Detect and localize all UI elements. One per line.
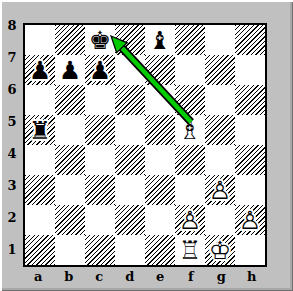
square-h3[interactable] xyxy=(235,175,265,205)
piece-glyph: ♜ xyxy=(25,115,55,145)
file-label-h: h xyxy=(237,268,268,286)
piece-glyph: ♖ xyxy=(175,235,205,265)
square-b7[interactable]: ♟♟ xyxy=(55,55,85,85)
piece-black-pawn: ♟♟ xyxy=(85,55,115,85)
square-a6[interactable] xyxy=(25,85,55,115)
file-label-c: c xyxy=(84,268,115,286)
square-g7[interactable] xyxy=(205,55,235,85)
piece-glyph: ♟ xyxy=(55,55,85,85)
square-c2[interactable] xyxy=(85,205,115,235)
square-d3[interactable] xyxy=(115,175,145,205)
square-e8[interactable]: ♝♝ xyxy=(145,25,175,55)
piece-glyph: ♟ xyxy=(85,55,115,85)
piece-black-pawn: ♟♟ xyxy=(25,55,55,85)
rank-label-6: 6 xyxy=(4,73,20,105)
piece-glyph: ♙ xyxy=(235,205,265,235)
square-f4[interactable] xyxy=(175,145,205,175)
piece-black-pawn: ♟♟ xyxy=(55,55,85,85)
rank-label-7: 7 xyxy=(4,41,20,73)
piece-black-bishop: ♝♝ xyxy=(145,25,175,55)
square-e2[interactable] xyxy=(145,205,175,235)
square-c5[interactable] xyxy=(85,115,115,145)
file-label-e: e xyxy=(145,268,176,286)
rank-labels: 8 7 6 5 4 3 2 1 xyxy=(4,9,20,265)
square-g3[interactable]: ♟♙ xyxy=(205,175,235,205)
square-b3[interactable] xyxy=(55,175,85,205)
piece-glyph: ♔ xyxy=(205,235,235,265)
square-f6[interactable] xyxy=(175,85,205,115)
square-e3[interactable] xyxy=(145,175,175,205)
square-f5[interactable]: ♝♗ xyxy=(175,115,205,145)
piece-white-pawn: ♟♙ xyxy=(235,205,265,235)
file-label-f: f xyxy=(176,268,207,286)
square-c6[interactable] xyxy=(85,85,115,115)
square-e1[interactable] xyxy=(145,235,175,265)
square-f3[interactable] xyxy=(175,175,205,205)
square-d4[interactable] xyxy=(115,145,145,175)
rank-label-5: 5 xyxy=(4,105,20,137)
square-a2[interactable] xyxy=(25,205,55,235)
square-b8[interactable] xyxy=(55,25,85,55)
square-c8[interactable]: ♚♚ xyxy=(85,25,115,55)
rank-label-8: 8 xyxy=(4,9,20,41)
square-f7[interactable] xyxy=(175,55,205,85)
square-h6[interactable] xyxy=(235,85,265,115)
piece-white-king: ♚♔ xyxy=(205,235,235,265)
piece-glyph: ♟ xyxy=(25,55,55,85)
board: ♚♚♝♝♟♟♟♟♟♟♜♜♝♗♟♙♟♙♟♙♜♖♚♔ xyxy=(23,23,267,267)
square-h2[interactable]: ♟♙ xyxy=(235,205,265,235)
piece-glyph: ♗ xyxy=(175,115,205,145)
piece-white-pawn: ♟♙ xyxy=(175,205,205,235)
square-d6[interactable] xyxy=(115,85,145,115)
square-a4[interactable] xyxy=(25,145,55,175)
square-e6[interactable] xyxy=(145,85,175,115)
square-d8[interactable] xyxy=(115,25,145,55)
piece-black-rook: ♜♜ xyxy=(25,115,55,145)
chess-diagram-panel: 8 7 6 5 4 3 2 1 ♚♚♝♝♟♟♟♟♟♟♜♜♝♗♟♙♟♙♟♙♜♖♚♔… xyxy=(0,0,293,291)
file-label-d: d xyxy=(115,268,146,286)
square-f8[interactable] xyxy=(175,25,205,55)
piece-white-pawn: ♟♙ xyxy=(205,175,235,205)
square-d7[interactable] xyxy=(115,55,145,85)
square-a3[interactable] xyxy=(25,175,55,205)
square-d5[interactable] xyxy=(115,115,145,145)
square-h1[interactable] xyxy=(235,235,265,265)
square-b1[interactable] xyxy=(55,235,85,265)
square-h5[interactable] xyxy=(235,115,265,145)
square-a7[interactable]: ♟♟ xyxy=(25,55,55,85)
square-e5[interactable] xyxy=(145,115,175,145)
square-h4[interactable] xyxy=(235,145,265,175)
square-b2[interactable] xyxy=(55,205,85,235)
rank-label-4: 4 xyxy=(4,137,20,169)
rank-label-3: 3 xyxy=(4,169,20,201)
file-label-a: a xyxy=(23,268,54,286)
square-g5[interactable] xyxy=(205,115,235,145)
file-label-b: b xyxy=(54,268,85,286)
square-b5[interactable] xyxy=(55,115,85,145)
square-h7[interactable] xyxy=(235,55,265,85)
square-a5[interactable]: ♜♜ xyxy=(25,115,55,145)
square-c1[interactable] xyxy=(85,235,115,265)
square-e4[interactable] xyxy=(145,145,175,175)
file-labels: a b c d e f g h xyxy=(23,268,267,286)
rank-label-2: 2 xyxy=(4,201,20,233)
square-f1[interactable]: ♜♖ xyxy=(175,235,205,265)
square-b6[interactable] xyxy=(55,85,85,115)
piece-white-bishop: ♝♗ xyxy=(175,115,205,145)
square-c7[interactable]: ♟♟ xyxy=(85,55,115,85)
square-g4[interactable] xyxy=(205,145,235,175)
square-d2[interactable] xyxy=(115,205,145,235)
piece-glyph: ♚ xyxy=(85,25,115,55)
piece-glyph: ♙ xyxy=(175,205,205,235)
square-d1[interactable] xyxy=(115,235,145,265)
square-c3[interactable] xyxy=(85,175,115,205)
square-a1[interactable] xyxy=(25,235,55,265)
piece-black-king: ♚♚ xyxy=(85,25,115,55)
square-h8[interactable] xyxy=(235,25,265,55)
rank-label-1: 1 xyxy=(4,233,20,265)
piece-glyph: ♝ xyxy=(145,25,175,55)
file-label-g: g xyxy=(206,268,237,286)
piece-white-rook: ♜♖ xyxy=(175,235,205,265)
square-f2[interactable]: ♟♙ xyxy=(175,205,205,235)
square-b4[interactable] xyxy=(55,145,85,175)
piece-glyph: ♙ xyxy=(205,175,235,205)
square-g2[interactable] xyxy=(205,205,235,235)
square-e7[interactable] xyxy=(145,55,175,85)
square-g1[interactable]: ♚♔ xyxy=(205,235,235,265)
square-g6[interactable] xyxy=(205,85,235,115)
square-g8[interactable] xyxy=(205,25,235,55)
square-a8[interactable] xyxy=(25,25,55,55)
square-c4[interactable] xyxy=(85,145,115,175)
